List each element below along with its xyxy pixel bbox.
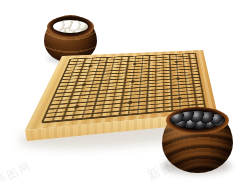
- watermark-text: 新图网: [0, 158, 34, 181]
- go-scene: 新图网 新图网: [0, 0, 250, 181]
- black-stones-heap: [170, 111, 225, 129]
- black-stones-bowl[interactable]: [162, 107, 233, 173]
- white-stones-heap: [53, 20, 88, 33]
